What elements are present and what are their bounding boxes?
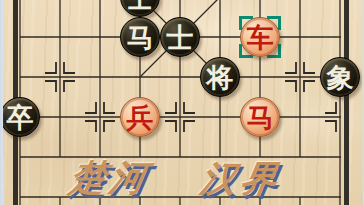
river-label-han-jie: 汉界 <box>198 160 284 196</box>
star-point-markers <box>45 62 336 132</box>
black-advisor[interactable]: 士 <box>160 17 200 57</box>
red-soldier[interactable]: 兵 <box>120 97 160 137</box>
red-chariot[interactable]: 车 <box>240 17 280 57</box>
xiangqi-board[interactable]: 楚河 汉界 士马士车将象卒兵马 <box>0 0 364 205</box>
board-border-right <box>344 0 349 205</box>
river-label-chu-he: 楚河 <box>67 159 153 195</box>
black-soldier[interactable]: 卒 <box>0 97 40 137</box>
black-horse[interactable]: 马 <box>120 17 160 57</box>
window-edge-left <box>0 0 3 205</box>
black-general[interactable]: 将 <box>200 57 240 97</box>
black-elephant[interactable]: 象 <box>320 57 360 97</box>
red-horse[interactable]: 马 <box>240 97 280 137</box>
